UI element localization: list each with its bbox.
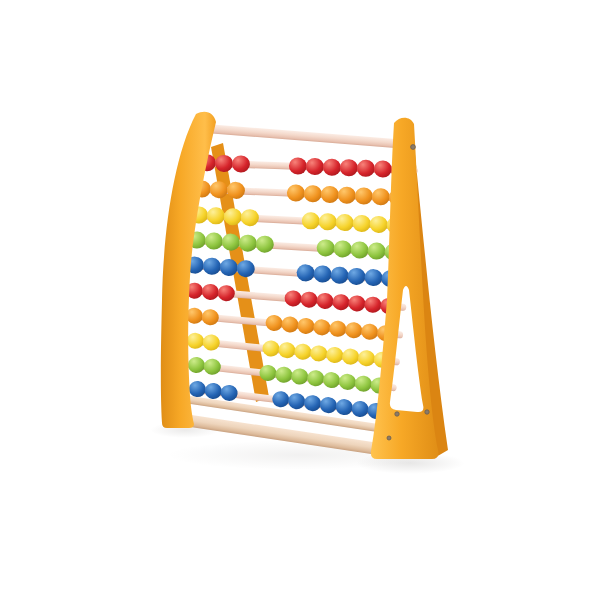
bead-green-right-7[interactable] <box>354 374 373 392</box>
bead-yellow-right-8[interactable] <box>373 350 392 368</box>
bead-red-right-3[interactable] <box>323 158 342 176</box>
bead-yellow-left-1[interactable] <box>186 331 205 349</box>
bead-blue-left-3[interactable] <box>219 258 238 276</box>
bead-green-left-1[interactable] <box>187 355 206 373</box>
bead-orange-right-7[interactable] <box>388 188 407 206</box>
bead-blue-right-7[interactable] <box>367 401 386 419</box>
bead-yellow-right-5[interactable] <box>369 215 388 233</box>
bead-red-right-1[interactable] <box>284 289 302 306</box>
bead-red-right-5[interactable] <box>357 159 376 177</box>
bead-yellow-right-3[interactable] <box>335 213 354 231</box>
rod-empty-gap <box>258 218 302 220</box>
bead-green-right-3[interactable] <box>350 240 369 258</box>
rod-empty-gap <box>219 342 263 346</box>
bead-orange-right-6[interactable] <box>345 321 363 338</box>
bead-yellow-left-1[interactable] <box>190 206 209 224</box>
bead-orange-right-6[interactable] <box>371 187 390 205</box>
bead-yellow-right-3[interactable] <box>294 342 313 360</box>
bead-red-left-3[interactable] <box>232 155 251 173</box>
bead-blue-left-3[interactable] <box>220 383 239 401</box>
bead-orange-left-1[interactable] <box>193 180 212 198</box>
bead-green-right-1[interactable] <box>316 238 335 256</box>
bead-red-right-5[interactable] <box>348 294 366 311</box>
bead-blue-left-4[interactable] <box>236 259 255 277</box>
bead-blue-right-1[interactable] <box>296 263 315 281</box>
bead-red-right-4[interactable] <box>340 158 359 176</box>
bead-red-right-3[interactable] <box>316 291 334 308</box>
rod-empty-gap <box>220 367 260 371</box>
bead-red-right-2[interactable] <box>306 157 325 175</box>
bead-yellow-right-1[interactable] <box>301 211 320 229</box>
bead-orange-right-3[interactable] <box>321 185 340 203</box>
bead-yellow-right-4[interactable] <box>310 344 329 362</box>
beads-layer <box>0 0 600 600</box>
bead-yellow-right-1[interactable] <box>262 339 281 357</box>
bead-red-right-1[interactable] <box>289 157 308 175</box>
bead-orange-right-4[interactable] <box>313 318 331 335</box>
bead-orange-right-4[interactable] <box>337 186 356 204</box>
bead-red-left-3[interactable] <box>217 284 235 301</box>
bead-orange-left-2[interactable] <box>210 180 229 198</box>
bead-red-right-6[interactable] <box>374 160 393 178</box>
bead-yellow-right-2[interactable] <box>318 212 337 230</box>
bead-red-right-7[interactable] <box>391 160 410 178</box>
bead-red-right-4[interactable] <box>332 293 350 310</box>
bead-orange-left-1[interactable] <box>185 306 203 323</box>
bead-orange-left-3[interactable] <box>227 181 246 199</box>
bead-yellow-right-7[interactable] <box>357 348 376 366</box>
bead-green-right-2[interactable] <box>333 239 352 257</box>
bead-yellow-right-6[interactable] <box>386 216 405 234</box>
bead-orange-left-2[interactable] <box>201 307 219 324</box>
bead-green-left-1[interactable] <box>187 231 206 249</box>
bead-red-right-6[interactable] <box>364 295 382 312</box>
bead-blue-right-6[interactable] <box>381 269 400 287</box>
bead-orange-right-5[interactable] <box>329 319 347 336</box>
bead-green-left-5[interactable] <box>255 235 274 253</box>
bead-blue-right-2[interactable] <box>313 264 332 282</box>
bead-orange-right-2[interactable] <box>304 184 323 202</box>
bead-row-2-orange <box>193 179 407 206</box>
bead-green-right-8[interactable] <box>370 376 389 394</box>
bead-row-3-yellow <box>190 205 405 234</box>
bead-green-left-2[interactable] <box>204 232 223 250</box>
bead-green-left-2[interactable] <box>203 357 222 375</box>
bead-yellow-right-4[interactable] <box>352 214 371 232</box>
bead-red-left-2[interactable] <box>201 282 219 299</box>
rod-empty-gap <box>234 293 285 297</box>
bead-red-left-2[interactable] <box>215 154 234 172</box>
rod-empty-gap <box>244 190 287 192</box>
bead-yellow-right-6[interactable] <box>341 347 360 365</box>
rod-empty-gap <box>254 269 297 272</box>
abacus-product-photo <box>0 0 600 600</box>
bead-orange-right-3[interactable] <box>297 316 315 333</box>
bead-blue-right-5[interactable] <box>364 268 383 286</box>
bead-red-right-7[interactable] <box>380 296 398 313</box>
rod-empty-gap <box>218 317 266 321</box>
bead-yellow-right-2[interactable] <box>278 340 297 358</box>
bead-yellow-left-2[interactable] <box>207 206 226 224</box>
bead-orange-right-7[interactable] <box>361 322 379 339</box>
bead-row-1-red <box>198 153 409 178</box>
bead-orange-right-8[interactable] <box>376 323 394 340</box>
bead-red-left-1[interactable] <box>185 281 203 298</box>
bead-yellow-right-5[interactable] <box>325 345 344 363</box>
bead-green-left-3[interactable] <box>221 233 240 251</box>
rod-empty-gap <box>237 393 273 397</box>
bead-red-right-2[interactable] <box>300 290 318 307</box>
bead-orange-right-1[interactable] <box>287 184 306 202</box>
bead-orange-right-1[interactable] <box>265 313 283 330</box>
bead-yellow-left-4[interactable] <box>240 208 259 226</box>
bead-green-left-4[interactable] <box>238 234 257 252</box>
rod-empty-gap <box>273 244 317 247</box>
bead-yellow-left-2[interactable] <box>202 333 221 351</box>
bead-orange-right-2[interactable] <box>281 315 299 332</box>
rod-empty-gap <box>249 164 289 165</box>
bead-green-right-4[interactable] <box>367 242 386 260</box>
bead-blue-right-3[interactable] <box>330 266 349 284</box>
bead-blue-right-4[interactable] <box>347 267 366 285</box>
bead-orange-right-5[interactable] <box>354 187 373 205</box>
bead-blue-left-2[interactable] <box>202 257 221 275</box>
bead-yellow-left-3[interactable] <box>224 207 243 225</box>
bead-blue-left-1[interactable] <box>185 256 204 274</box>
bead-red-left-1[interactable] <box>198 154 217 172</box>
bead-green-right-5[interactable] <box>384 243 403 261</box>
